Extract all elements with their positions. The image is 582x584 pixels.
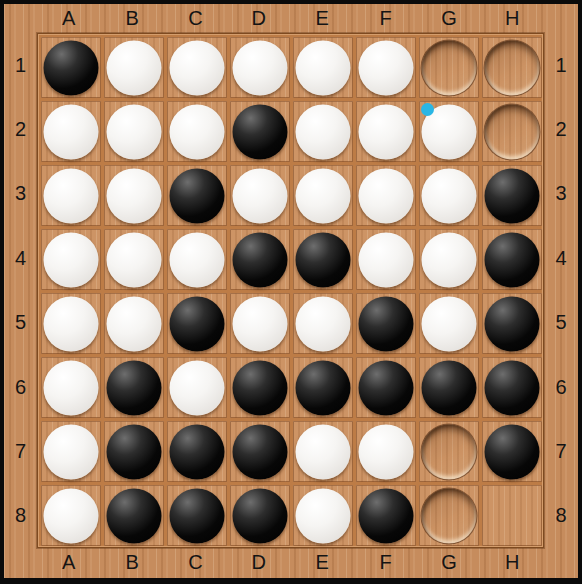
row-labels-left: 12345678 [4, 33, 37, 548]
white-disc [107, 168, 162, 223]
column-label: C [164, 551, 227, 574]
legal-move-hint[interactable] [421, 487, 478, 544]
cell-H1[interactable] [482, 37, 542, 98]
row-label: 2 [555, 97, 566, 161]
cell-E4 [293, 229, 353, 290]
cell-E7 [293, 421, 353, 482]
cell-H7 [482, 421, 542, 482]
black-disc [233, 232, 288, 287]
legal-move-hint[interactable] [421, 423, 478, 480]
cell-A4 [41, 229, 101, 290]
cell-A6 [41, 357, 101, 418]
row-labels-right: 12345678 [544, 33, 578, 548]
row-label: 8 [15, 484, 26, 548]
column-label: H [481, 551, 544, 574]
column-label: A [37, 7, 100, 30]
cell-C8 [167, 485, 227, 546]
cell-E6 [293, 357, 353, 418]
column-label: A [37, 551, 100, 574]
white-disc [296, 296, 351, 351]
white-disc [359, 424, 414, 479]
white-disc [107, 40, 162, 95]
row-label: 5 [555, 291, 566, 355]
white-disc [107, 296, 162, 351]
column-label: H [481, 7, 544, 30]
cell-C2 [167, 101, 227, 162]
cell-C7 [167, 421, 227, 482]
cell-C6 [167, 357, 227, 418]
cell-D1 [230, 37, 290, 98]
cell-G3 [419, 165, 479, 226]
cell-E5 [293, 293, 353, 354]
cell-C1 [167, 37, 227, 98]
white-disc [233, 168, 288, 223]
row-label: 1 [15, 33, 26, 97]
legal-move-hint[interactable] [421, 39, 478, 96]
column-label: F [354, 551, 417, 574]
cell-C4 [167, 229, 227, 290]
cell-H3 [482, 165, 542, 226]
cell-F5 [356, 293, 416, 354]
cell-E1 [293, 37, 353, 98]
cell-B8 [104, 485, 164, 546]
white-disc [233, 40, 288, 95]
cell-F4 [356, 229, 416, 290]
cell-B7 [104, 421, 164, 482]
cell-H8[interactable] [482, 485, 542, 546]
black-disc [485, 296, 540, 351]
white-disc [44, 168, 99, 223]
row-label: 1 [555, 33, 566, 97]
white-disc [107, 232, 162, 287]
cell-G2 [419, 101, 479, 162]
white-disc [44, 488, 99, 543]
cell-B5 [104, 293, 164, 354]
white-disc [296, 104, 351, 159]
black-disc [170, 424, 225, 479]
cell-D8 [230, 485, 290, 546]
white-disc [359, 168, 414, 223]
cell-D2 [230, 101, 290, 162]
black-disc [485, 360, 540, 415]
row-label: 6 [555, 355, 566, 419]
black-disc [485, 168, 540, 223]
cell-D5 [230, 293, 290, 354]
cell-B6 [104, 357, 164, 418]
cell-G7[interactable] [419, 421, 479, 482]
cell-H5 [482, 293, 542, 354]
column-label: B [100, 7, 163, 30]
black-disc [359, 488, 414, 543]
white-disc [359, 40, 414, 95]
cell-B1 [104, 37, 164, 98]
cell-F3 [356, 165, 416, 226]
column-label: E [291, 7, 354, 30]
cell-A5 [41, 293, 101, 354]
row-label: 7 [15, 419, 26, 483]
black-disc [233, 488, 288, 543]
column-label: E [291, 551, 354, 574]
black-disc [296, 232, 351, 287]
cell-H6 [482, 357, 542, 418]
cell-B3 [104, 165, 164, 226]
white-disc [296, 40, 351, 95]
column-label: F [354, 7, 417, 30]
cell-G8[interactable] [419, 485, 479, 546]
white-disc [170, 360, 225, 415]
cell-D4 [230, 229, 290, 290]
black-disc [359, 360, 414, 415]
cell-E2 [293, 101, 353, 162]
cell-A2 [41, 101, 101, 162]
white-disc [44, 360, 99, 415]
cell-H4 [482, 229, 542, 290]
cell-G4 [419, 229, 479, 290]
board-background: ABCDEFGH ABCDEFGH 12345678 12345678 [4, 4, 578, 578]
cell-C3 [167, 165, 227, 226]
white-disc [44, 424, 99, 479]
legal-move-hint[interactable] [484, 103, 541, 160]
black-disc [233, 360, 288, 415]
column-label: D [227, 7, 290, 30]
row-label: 4 [555, 226, 566, 290]
cell-E3 [293, 165, 353, 226]
cell-D6 [230, 357, 290, 418]
cell-B2 [104, 101, 164, 162]
row-label: 4 [15, 226, 26, 290]
white-disc [359, 104, 414, 159]
white-disc [233, 296, 288, 351]
white-disc [44, 296, 99, 351]
cell-A8 [41, 485, 101, 546]
cell-G5 [419, 293, 479, 354]
cell-A3 [41, 165, 101, 226]
white-disc [170, 40, 225, 95]
row-label: 3 [555, 162, 566, 226]
white-disc [170, 232, 225, 287]
column-label: G [417, 7, 480, 30]
last-move-marker [421, 103, 434, 116]
black-disc [170, 488, 225, 543]
othello-board-window: ABCDEFGH ABCDEFGH 12345678 12345678 [0, 0, 582, 584]
column-label: G [417, 551, 480, 574]
row-label: 6 [15, 355, 26, 419]
white-disc [359, 232, 414, 287]
column-labels-top: ABCDEFGH [37, 4, 544, 33]
black-disc [107, 360, 162, 415]
black-disc [170, 296, 225, 351]
black-disc [107, 424, 162, 479]
cell-D7 [230, 421, 290, 482]
white-disc [296, 488, 351, 543]
cell-G1[interactable] [419, 37, 479, 98]
cell-A1 [41, 37, 101, 98]
column-labels-bottom: ABCDEFGH [37, 548, 544, 576]
white-disc [107, 104, 162, 159]
row-label: 7 [555, 419, 566, 483]
cell-F1 [356, 37, 416, 98]
row-label: 3 [15, 162, 26, 226]
white-disc [296, 424, 351, 479]
row-label: 2 [15, 97, 26, 161]
row-label: 8 [555, 484, 566, 548]
black-disc [233, 424, 288, 479]
black-disc [359, 296, 414, 351]
black-disc [107, 488, 162, 543]
column-label: B [100, 551, 163, 574]
column-label: D [227, 551, 290, 574]
black-disc [485, 424, 540, 479]
cell-C5 [167, 293, 227, 354]
cell-D3 [230, 165, 290, 226]
white-disc [422, 168, 477, 223]
cell-E8 [293, 485, 353, 546]
board-grid [37, 33, 544, 548]
white-disc [44, 232, 99, 287]
black-disc [233, 104, 288, 159]
cell-B4 [104, 229, 164, 290]
white-disc [170, 104, 225, 159]
white-disc [422, 296, 477, 351]
row-label: 5 [15, 291, 26, 355]
black-disc [296, 360, 351, 415]
cell-F7 [356, 421, 416, 482]
black-disc [170, 168, 225, 223]
legal-move-hint[interactable] [484, 39, 541, 96]
cell-G6 [419, 357, 479, 418]
column-label: C [164, 7, 227, 30]
cell-F8 [356, 485, 416, 546]
white-disc [296, 168, 351, 223]
cell-A7 [41, 421, 101, 482]
cell-F6 [356, 357, 416, 418]
black-disc [485, 232, 540, 287]
black-disc [44, 40, 99, 95]
black-disc [422, 360, 477, 415]
white-disc [44, 104, 99, 159]
cell-H2[interactable] [482, 101, 542, 162]
white-disc [422, 232, 477, 287]
cell-F2 [356, 101, 416, 162]
